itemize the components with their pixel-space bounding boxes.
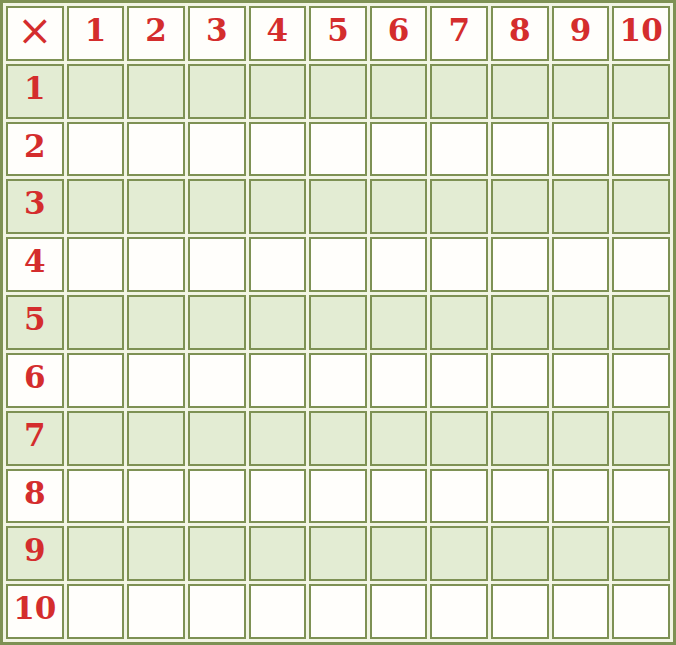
cell-r2-c8 xyxy=(491,122,549,177)
row-header-6: 6 xyxy=(6,353,64,408)
cell-r4-c1 xyxy=(67,237,125,292)
cell-r6-c10 xyxy=(612,353,670,408)
cell-r2-c5 xyxy=(309,122,367,177)
cell-r4-c10 xyxy=(612,237,670,292)
cell-r9-c3 xyxy=(188,526,246,581)
cell-r2-c7 xyxy=(430,122,488,177)
cell-r5-c2 xyxy=(127,295,185,350)
row-header-8: 8 xyxy=(6,469,64,524)
cell-r6-c3 xyxy=(188,353,246,408)
cell-r10-c5 xyxy=(309,584,367,639)
cell-r4-c9 xyxy=(552,237,610,292)
cell-r6-c6 xyxy=(370,353,428,408)
cell-r9-c9 xyxy=(552,526,610,581)
cell-r3-c9 xyxy=(552,179,610,234)
cell-r10-c3 xyxy=(188,584,246,639)
cell-r4-c2 xyxy=(127,237,185,292)
cell-r6-c2 xyxy=(127,353,185,408)
cell-r1-c4 xyxy=(249,64,307,119)
cell-r6-c5 xyxy=(309,353,367,408)
row-header-10: 10 xyxy=(6,584,64,639)
cell-r1-c5 xyxy=(309,64,367,119)
cell-r1-c10 xyxy=(612,64,670,119)
col-header-9: 9 xyxy=(552,6,610,61)
cell-r3-c6 xyxy=(370,179,428,234)
cell-r9-c5 xyxy=(309,526,367,581)
cell-r8-c5 xyxy=(309,469,367,524)
cell-r1-c2 xyxy=(127,64,185,119)
row-header-5: 5 xyxy=(6,295,64,350)
row-header-9: 9 xyxy=(6,526,64,581)
cell-r2-c2 xyxy=(127,122,185,177)
cell-r3-c1 xyxy=(67,179,125,234)
col-header-5: 5 xyxy=(309,6,367,61)
cell-r7-c2 xyxy=(127,411,185,466)
cell-r2-c10 xyxy=(612,122,670,177)
cell-r5-c5 xyxy=(309,295,367,350)
col-header-2: 2 xyxy=(127,6,185,61)
col-header-1: 1 xyxy=(67,6,125,61)
cell-r7-c1 xyxy=(67,411,125,466)
cell-r3-c10 xyxy=(612,179,670,234)
corner-multiply-cell: × xyxy=(6,6,64,61)
cell-r3-c5 xyxy=(309,179,367,234)
cell-r5-c3 xyxy=(188,295,246,350)
cell-r2-c9 xyxy=(552,122,610,177)
cell-r1-c1 xyxy=(67,64,125,119)
cell-r9-c2 xyxy=(127,526,185,581)
col-header-3: 3 xyxy=(188,6,246,61)
cell-r10-c1 xyxy=(67,584,125,639)
row-header-4: 4 xyxy=(6,237,64,292)
cell-r6-c1 xyxy=(67,353,125,408)
col-header-8: 8 xyxy=(491,6,549,61)
cell-r8-c2 xyxy=(127,469,185,524)
cell-r3-c8 xyxy=(491,179,549,234)
cell-r5-c8 xyxy=(491,295,549,350)
cell-r9-c6 xyxy=(370,526,428,581)
cell-r2-c6 xyxy=(370,122,428,177)
cell-r8-c4 xyxy=(249,469,307,524)
cell-r8-c10 xyxy=(612,469,670,524)
cell-r7-c9 xyxy=(552,411,610,466)
cell-r9-c4 xyxy=(249,526,307,581)
cell-r8-c9 xyxy=(552,469,610,524)
cell-r4-c4 xyxy=(249,237,307,292)
cell-r1-c3 xyxy=(188,64,246,119)
row-header-7: 7 xyxy=(6,411,64,466)
cell-r1-c9 xyxy=(552,64,610,119)
cell-r4-c5 xyxy=(309,237,367,292)
cell-r4-c8 xyxy=(491,237,549,292)
cell-r7-c10 xyxy=(612,411,670,466)
cell-r5-c6 xyxy=(370,295,428,350)
cell-r8-c7 xyxy=(430,469,488,524)
cell-r4-c3 xyxy=(188,237,246,292)
cell-r9-c10 xyxy=(612,526,670,581)
cell-r2-c4 xyxy=(249,122,307,177)
multiplication-table-board: ×1234567891012345678910 xyxy=(0,0,676,645)
col-header-10: 10 xyxy=(612,6,670,61)
cell-r6-c4 xyxy=(249,353,307,408)
cell-r10-c10 xyxy=(612,584,670,639)
cell-r2-c3 xyxy=(188,122,246,177)
cell-r9-c7 xyxy=(430,526,488,581)
cell-r9-c8 xyxy=(491,526,549,581)
cell-r5-c7 xyxy=(430,295,488,350)
cell-r10-c4 xyxy=(249,584,307,639)
cell-r5-c10 xyxy=(612,295,670,350)
col-header-7: 7 xyxy=(430,6,488,61)
col-header-6: 6 xyxy=(370,6,428,61)
cell-r10-c9 xyxy=(552,584,610,639)
cell-r4-c6 xyxy=(370,237,428,292)
col-header-4: 4 xyxy=(249,6,307,61)
cell-r10-c6 xyxy=(370,584,428,639)
cell-r7-c8 xyxy=(491,411,549,466)
row-header-1: 1 xyxy=(6,64,64,119)
row-header-2: 2 xyxy=(6,122,64,177)
cell-r7-c7 xyxy=(430,411,488,466)
cell-r10-c2 xyxy=(127,584,185,639)
cell-r3-c7 xyxy=(430,179,488,234)
cell-r9-c1 xyxy=(67,526,125,581)
cell-r1-c8 xyxy=(491,64,549,119)
cell-r7-c6 xyxy=(370,411,428,466)
cell-r5-c1 xyxy=(67,295,125,350)
row-header-3: 3 xyxy=(6,179,64,234)
cell-r6-c9 xyxy=(552,353,610,408)
cell-r4-c7 xyxy=(430,237,488,292)
cell-r3-c2 xyxy=(127,179,185,234)
cell-r10-c8 xyxy=(491,584,549,639)
cell-r5-c4 xyxy=(249,295,307,350)
cell-r6-c8 xyxy=(491,353,549,408)
cell-r8-c3 xyxy=(188,469,246,524)
cell-r3-c3 xyxy=(188,179,246,234)
cell-r7-c4 xyxy=(249,411,307,466)
cell-r8-c6 xyxy=(370,469,428,524)
cell-r2-c1 xyxy=(67,122,125,177)
cell-r3-c4 xyxy=(249,179,307,234)
cell-r8-c8 xyxy=(491,469,549,524)
cell-r5-c9 xyxy=(552,295,610,350)
cell-r7-c3 xyxy=(188,411,246,466)
cell-r10-c7 xyxy=(430,584,488,639)
cell-r6-c7 xyxy=(430,353,488,408)
cell-r8-c1 xyxy=(67,469,125,524)
cell-r1-c7 xyxy=(430,64,488,119)
cell-r1-c6 xyxy=(370,64,428,119)
cell-r7-c5 xyxy=(309,411,367,466)
multiplication-grid: ×1234567891012345678910 xyxy=(6,6,670,639)
